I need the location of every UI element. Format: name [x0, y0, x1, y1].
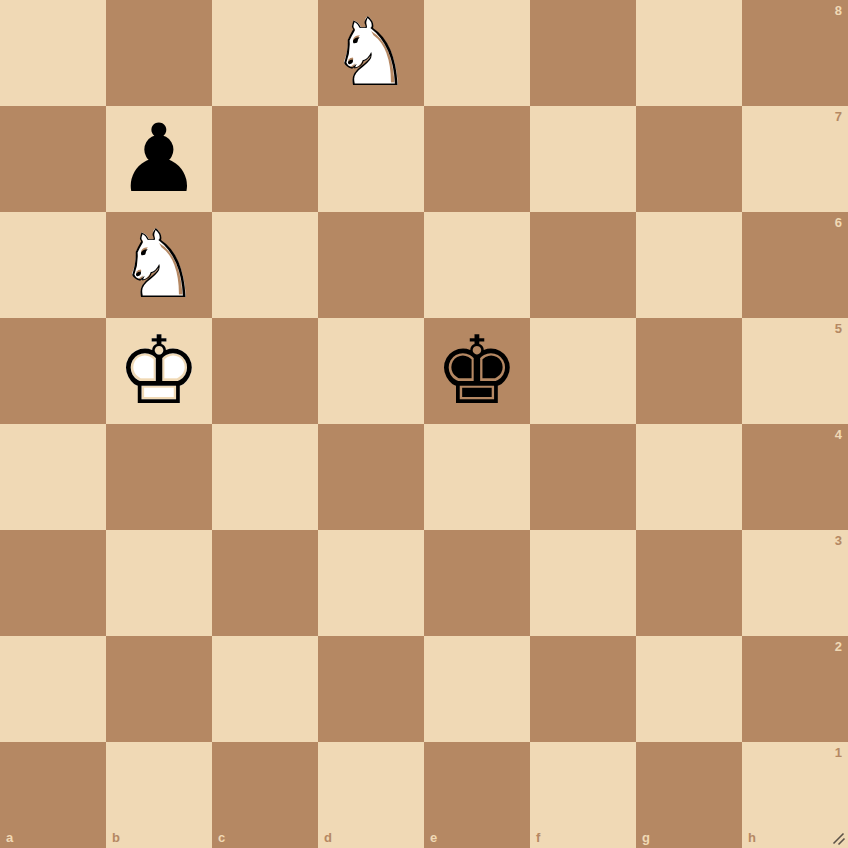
piece-white-king[interactable]: ♚♔ — [106, 318, 212, 424]
square-e2[interactable] — [424, 636, 530, 742]
square-a5[interactable] — [0, 318, 106, 424]
square-a1[interactable]: a — [0, 742, 106, 848]
square-g2[interactable] — [636, 636, 742, 742]
piece-black-pawn[interactable]: ♟ — [106, 106, 212, 212]
piece-black-king[interactable]: ♚ — [424, 318, 530, 424]
resize-handle-icon[interactable] — [830, 830, 846, 846]
square-e8[interactable] — [424, 0, 530, 106]
black-king-glyph: ♚ — [424, 318, 530, 424]
file-label-g: g — [642, 831, 650, 844]
rank-label-2: 2 — [835, 640, 842, 653]
square-b1[interactable]: b — [106, 742, 212, 848]
square-a2[interactable] — [0, 636, 106, 742]
rank-label-6: 6 — [835, 216, 842, 229]
rank-label-5: 5 — [835, 322, 842, 335]
square-b4[interactable] — [106, 424, 212, 530]
white-knight-outline: ♘ — [106, 212, 212, 318]
square-h4[interactable]: 4 — [742, 424, 848, 530]
square-b5[interactable]: ♚♔ — [106, 318, 212, 424]
square-f5[interactable] — [530, 318, 636, 424]
square-a8[interactable] — [0, 0, 106, 106]
square-h6[interactable]: 6 — [742, 212, 848, 318]
square-d2[interactable] — [318, 636, 424, 742]
square-f8[interactable] — [530, 0, 636, 106]
file-label-e: e — [430, 831, 437, 844]
rank-label-7: 7 — [835, 110, 842, 123]
rank-label-1: 1 — [835, 746, 842, 759]
square-e5[interactable]: ♚ — [424, 318, 530, 424]
square-c3[interactable] — [212, 530, 318, 636]
square-h2[interactable]: 2 — [742, 636, 848, 742]
square-f6[interactable] — [530, 212, 636, 318]
square-b8[interactable] — [106, 0, 212, 106]
file-label-d: d — [324, 831, 332, 844]
square-d6[interactable] — [318, 212, 424, 318]
square-a7[interactable] — [0, 106, 106, 212]
square-f4[interactable] — [530, 424, 636, 530]
square-e6[interactable] — [424, 212, 530, 318]
square-h7[interactable]: 7 — [742, 106, 848, 212]
square-b6[interactable]: ♞♘ — [106, 212, 212, 318]
square-b3[interactable] — [106, 530, 212, 636]
file-label-a: a — [6, 831, 13, 844]
square-c4[interactable] — [212, 424, 318, 530]
file-label-h: h — [748, 831, 756, 844]
chess-board: ♞♘8♟7♞♘6♚♔♚5432abcdefg1h — [0, 0, 848, 848]
square-d4[interactable] — [318, 424, 424, 530]
file-label-b: b — [112, 831, 120, 844]
square-b7[interactable]: ♟ — [106, 106, 212, 212]
file-label-c: c — [218, 831, 225, 844]
square-b2[interactable] — [106, 636, 212, 742]
square-c6[interactable] — [212, 212, 318, 318]
square-c2[interactable] — [212, 636, 318, 742]
square-f3[interactable] — [530, 530, 636, 636]
square-d5[interactable] — [318, 318, 424, 424]
white-king-outline: ♔ — [106, 318, 212, 424]
square-f1[interactable]: f — [530, 742, 636, 848]
square-d8[interactable]: ♞♘ — [318, 0, 424, 106]
square-c1[interactable]: c — [212, 742, 318, 848]
square-c5[interactable] — [212, 318, 318, 424]
square-a6[interactable] — [0, 212, 106, 318]
square-g8[interactable] — [636, 0, 742, 106]
square-d1[interactable]: d — [318, 742, 424, 848]
rank-label-8: 8 — [835, 4, 842, 17]
square-a4[interactable] — [0, 424, 106, 530]
rank-label-4: 4 — [835, 428, 842, 441]
black-pawn-glyph: ♟ — [106, 106, 212, 212]
file-label-f: f — [536, 831, 540, 844]
square-h3[interactable]: 3 — [742, 530, 848, 636]
rank-label-3: 3 — [835, 534, 842, 547]
square-d3[interactable] — [318, 530, 424, 636]
square-g5[interactable] — [636, 318, 742, 424]
square-g1[interactable]: g — [636, 742, 742, 848]
square-d7[interactable] — [318, 106, 424, 212]
square-e3[interactable] — [424, 530, 530, 636]
white-knight-outline: ♘ — [318, 0, 424, 106]
square-g3[interactable] — [636, 530, 742, 636]
square-e1[interactable]: e — [424, 742, 530, 848]
square-h5[interactable]: 5 — [742, 318, 848, 424]
square-f7[interactable] — [530, 106, 636, 212]
square-h8[interactable]: 8 — [742, 0, 848, 106]
square-a3[interactable] — [0, 530, 106, 636]
square-g7[interactable] — [636, 106, 742, 212]
piece-white-knight[interactable]: ♞♘ — [106, 212, 212, 318]
square-c7[interactable] — [212, 106, 318, 212]
square-g4[interactable] — [636, 424, 742, 530]
piece-white-knight[interactable]: ♞♘ — [318, 0, 424, 106]
square-c8[interactable] — [212, 0, 318, 106]
square-f2[interactable] — [530, 636, 636, 742]
square-e7[interactable] — [424, 106, 530, 212]
square-e4[interactable] — [424, 424, 530, 530]
square-g6[interactable] — [636, 212, 742, 318]
